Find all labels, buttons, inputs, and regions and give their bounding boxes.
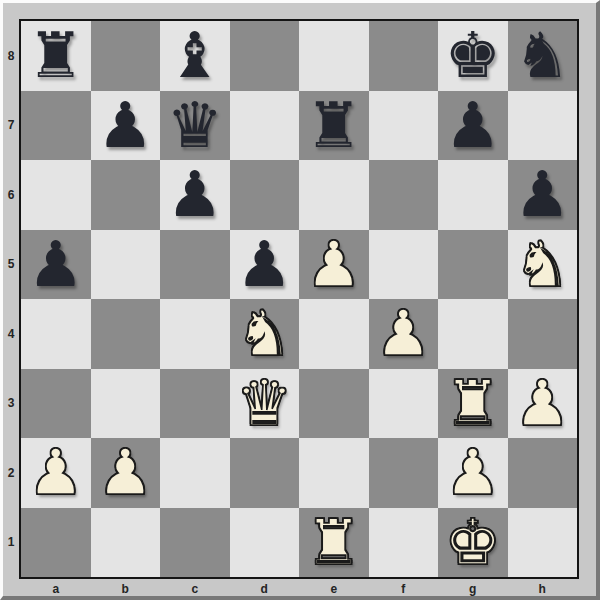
square-g2[interactable]: ♟ [438, 438, 508, 508]
square-f8[interactable] [369, 21, 439, 91]
square-a5[interactable]: ♟ [21, 230, 91, 300]
piece-black-king[interactable]: ♚ [445, 21, 501, 90]
square-g7[interactable]: ♟ [438, 91, 508, 161]
piece-black-rook[interactable]: ♜ [306, 91, 362, 160]
file-label-a: a [21, 580, 91, 597]
square-h5[interactable]: ♞ [508, 230, 578, 300]
square-d8[interactable] [230, 21, 300, 91]
square-f3[interactable] [369, 369, 439, 439]
square-b3[interactable] [91, 369, 161, 439]
square-a8[interactable]: ♜ [21, 21, 91, 91]
square-g8[interactable]: ♚ [438, 21, 508, 91]
piece-black-pawn[interactable]: ♟ [236, 230, 292, 299]
rank-label-4: 4 [3, 299, 19, 369]
file-label-g: g [438, 580, 508, 597]
chess-board: ♜♝♚♞♟♛♜♟♟♟♟♟♟♞♞♟♛♜♟♟♟♟♜♚ [21, 21, 577, 577]
piece-white-pawn[interactable]: ♟ [306, 230, 362, 299]
square-f1[interactable] [369, 508, 439, 578]
file-label-b: b [91, 580, 161, 597]
square-b8[interactable] [91, 21, 161, 91]
square-e2[interactable] [299, 438, 369, 508]
square-g6[interactable] [438, 160, 508, 230]
square-c4[interactable] [160, 299, 230, 369]
piece-black-rook[interactable]: ♜ [28, 21, 84, 90]
square-h7[interactable] [508, 91, 578, 161]
piece-black-pawn[interactable]: ♟ [28, 230, 84, 299]
square-a7[interactable] [21, 91, 91, 161]
square-d3[interactable]: ♛ [230, 369, 300, 439]
rank-label-7: 7 [3, 91, 19, 161]
square-f4[interactable]: ♟ [369, 299, 439, 369]
piece-black-pawn[interactable]: ♟ [514, 160, 570, 229]
piece-white-knight[interactable]: ♞ [514, 230, 570, 299]
square-a2[interactable]: ♟ [21, 438, 91, 508]
piece-white-pawn[interactable]: ♟ [28, 438, 84, 507]
piece-white-pawn[interactable]: ♟ [97, 438, 153, 507]
board-frame: ♜♝♚♞♟♛♜♟♟♟♟♟♟♞♞♟♛♜♟♟♟♟♜♚ [19, 19, 579, 579]
square-c6[interactable]: ♟ [160, 160, 230, 230]
square-c7[interactable]: ♛ [160, 91, 230, 161]
square-h2[interactable] [508, 438, 578, 508]
square-h1[interactable] [508, 508, 578, 578]
rank-label-5: 5 [3, 230, 19, 300]
square-b5[interactable] [91, 230, 161, 300]
file-labels: abcdefgh [21, 580, 577, 597]
square-c2[interactable] [160, 438, 230, 508]
square-d5[interactable]: ♟ [230, 230, 300, 300]
square-h6[interactable]: ♟ [508, 160, 578, 230]
square-f5[interactable] [369, 230, 439, 300]
square-e8[interactable] [299, 21, 369, 91]
piece-black-pawn[interactable]: ♟ [445, 91, 501, 160]
square-d4[interactable]: ♞ [230, 299, 300, 369]
square-c8[interactable]: ♝ [160, 21, 230, 91]
square-d6[interactable] [230, 160, 300, 230]
piece-white-pawn[interactable]: ♟ [514, 369, 570, 438]
square-h4[interactable] [508, 299, 578, 369]
square-b4[interactable] [91, 299, 161, 369]
rank-label-2: 2 [3, 438, 19, 508]
rank-label-6: 6 [3, 160, 19, 230]
square-c3[interactable] [160, 369, 230, 439]
square-b6[interactable] [91, 160, 161, 230]
piece-black-bishop[interactable]: ♝ [167, 21, 223, 90]
square-g3[interactable]: ♜ [438, 369, 508, 439]
piece-white-rook[interactable]: ♜ [306, 508, 362, 577]
square-b1[interactable] [91, 508, 161, 578]
square-h8[interactable]: ♞ [508, 21, 578, 91]
piece-black-pawn[interactable]: ♟ [167, 160, 223, 229]
square-g4[interactable] [438, 299, 508, 369]
square-a4[interactable] [21, 299, 91, 369]
square-f7[interactable] [369, 91, 439, 161]
square-c5[interactable] [160, 230, 230, 300]
piece-white-queen[interactable]: ♛ [236, 369, 292, 438]
piece-white-king[interactable]: ♚ [445, 508, 501, 577]
rank-label-8: 8 [3, 21, 19, 91]
file-label-c: c [160, 580, 230, 597]
square-d1[interactable] [230, 508, 300, 578]
square-g1[interactable]: ♚ [438, 508, 508, 578]
file-label-d: d [230, 580, 300, 597]
square-h3[interactable]: ♟ [508, 369, 578, 439]
piece-white-rook[interactable]: ♜ [445, 369, 501, 438]
piece-black-queen[interactable]: ♛ [167, 91, 223, 160]
piece-white-pawn[interactable]: ♟ [375, 299, 431, 368]
square-a1[interactable] [21, 508, 91, 578]
square-b7[interactable]: ♟ [91, 91, 161, 161]
square-c1[interactable] [160, 508, 230, 578]
rank-label-3: 3 [3, 369, 19, 439]
piece-white-knight[interactable]: ♞ [236, 299, 292, 368]
square-e6[interactable] [299, 160, 369, 230]
square-a6[interactable] [21, 160, 91, 230]
piece-black-pawn[interactable]: ♟ [97, 91, 153, 160]
square-e4[interactable] [299, 299, 369, 369]
square-b2[interactable]: ♟ [91, 438, 161, 508]
file-label-h: h [508, 580, 578, 597]
square-f2[interactable] [369, 438, 439, 508]
file-label-f: f [369, 580, 439, 597]
rank-label-1: 1 [3, 508, 19, 578]
square-a3[interactable] [21, 369, 91, 439]
square-e3[interactable] [299, 369, 369, 439]
square-e1[interactable]: ♜ [299, 508, 369, 578]
square-g5[interactable] [438, 230, 508, 300]
square-e7[interactable]: ♜ [299, 91, 369, 161]
piece-white-pawn[interactable]: ♟ [445, 438, 501, 507]
file-label-e: e [299, 580, 369, 597]
rank-labels: 87654321 [3, 21, 19, 577]
square-f6[interactable] [369, 160, 439, 230]
chess-diagram-panel: 87654321 ♜♝♚♞♟♛♜♟♟♟♟♟♟♞♞♟♛♜♟♟♟♟♜♚ abcdef… [0, 0, 600, 600]
piece-black-knight[interactable]: ♞ [514, 21, 570, 90]
square-e5[interactable]: ♟ [299, 230, 369, 300]
square-d7[interactable] [230, 91, 300, 161]
square-d2[interactable] [230, 438, 300, 508]
